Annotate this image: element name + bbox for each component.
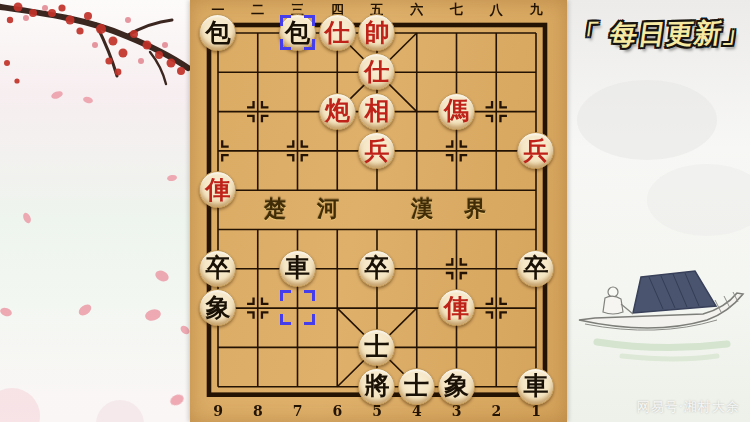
piece-red[interactable]: 帥 <box>358 14 395 51</box>
piece-red[interactable]: 仕 <box>358 53 395 90</box>
pieces-grid: 包包仕帥仕炮相傌兵兵俥卒車卒卒象俥士將士象車 <box>198 13 556 406</box>
piece-black[interactable]: 車 <box>279 250 316 287</box>
piece-red[interactable]: 兵 <box>358 132 395 169</box>
piece-black[interactable]: 卒 <box>199 250 236 287</box>
screenshot-root: 「 每日更新」 一二三四五六七八九 987654321 楚河 漢界 包包仕帥仕炮… <box>0 0 750 422</box>
piece-red[interactable]: 俥 <box>199 171 236 208</box>
piece-red[interactable]: 傌 <box>438 93 475 130</box>
piece-black[interactable]: 車 <box>517 368 554 405</box>
marker-corner <box>304 314 315 325</box>
piece-red[interactable]: 炮 <box>319 93 356 130</box>
piece-red[interactable]: 仕 <box>319 14 356 51</box>
last-move-marker <box>280 290 315 325</box>
piece-black[interactable]: 卒 <box>358 250 395 287</box>
xiangqi-board[interactable]: 一二三四五六七八九 987654321 楚河 漢界 包包仕帥仕炮相傌兵兵俥卒車卒… <box>190 0 567 422</box>
plum-blossom-art <box>0 0 190 422</box>
boat-sketch <box>567 0 750 422</box>
marker-corner <box>304 290 315 301</box>
piece-red[interactable]: 兵 <box>517 132 554 169</box>
marker-corner <box>280 39 291 50</box>
marker-corner <box>280 290 291 301</box>
piece-black[interactable]: 士 <box>358 329 395 366</box>
piece-black[interactable]: 將 <box>358 368 395 405</box>
banner-daily-update: 「 每日更新」 <box>569 14 750 53</box>
piece-black[interactable]: 卒 <box>517 250 554 287</box>
left-background <box>0 0 190 422</box>
piece-black[interactable]: 士 <box>398 368 435 405</box>
last-move-marker <box>280 15 315 50</box>
piece-red[interactable]: 相 <box>358 93 395 130</box>
piece-red[interactable]: 俥 <box>438 289 475 326</box>
marker-corner <box>304 15 315 26</box>
marker-corner <box>304 39 315 50</box>
watermark: 网易号·湘村大余 <box>637 398 740 416</box>
right-background <box>567 0 750 422</box>
piece-black[interactable]: 包 <box>199 14 236 51</box>
piece-black[interactable]: 象 <box>438 368 475 405</box>
marker-corner <box>280 15 291 26</box>
marker-corner <box>280 314 291 325</box>
piece-black[interactable]: 象 <box>199 289 236 326</box>
